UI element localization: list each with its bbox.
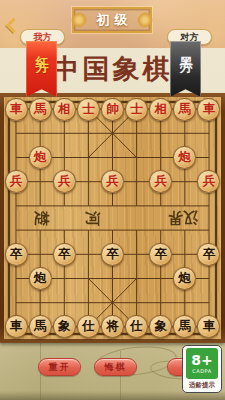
gold-ornament-icon (134, 9, 157, 32)
piece-red-炮[interactable]: 炮 (173, 146, 196, 169)
piece-black-車[interactable]: 車 (5, 315, 28, 338)
piece-black-炮[interactable]: 炮 (173, 267, 196, 290)
piece-black-卒[interactable]: 卒 (149, 243, 172, 266)
back-chevron-icon (6, 18, 22, 34)
piece-red-馬[interactable]: 馬 (173, 98, 196, 121)
gold-ornament-icon (68, 9, 91, 32)
piece-black-象[interactable]: 象 (149, 315, 172, 338)
piece-black-仕[interactable]: 仕 (77, 315, 100, 338)
piece-black-車[interactable]: 車 (197, 315, 220, 338)
age-rating-badge[interactable]: 8+ CADPA 适龄提示 (182, 345, 222, 393)
piece-black-将[interactable]: 将 (101, 315, 124, 338)
piece-black-卒[interactable]: 卒 (53, 243, 76, 266)
board-field[interactable]: 楚 河 汉界 車馬相士帥士相馬車炮炮兵兵兵兵兵卒卒卒卒卒炮炮車馬象仕将仕象馬車 (4, 97, 221, 339)
black-side-label: 黑方 (177, 46, 195, 97)
piece-red-帥[interactable]: 帥 (101, 98, 124, 121)
piece-red-相[interactable]: 相 (53, 98, 76, 121)
piece-black-炮[interactable]: 炮 (29, 267, 52, 290)
piece-black-馬[interactable]: 馬 (29, 315, 52, 338)
xiangqi-app: 初级 我方 对方 红方 黑方 中国象棋 (0, 0, 225, 400)
piece-black-卒[interactable]: 卒 (5, 243, 28, 266)
piece-red-兵[interactable]: 兵 (53, 170, 76, 193)
piece-red-兵[interactable]: 兵 (101, 170, 124, 193)
level-banner: 初级 (72, 7, 152, 33)
piece-black-馬[interactable]: 馬 (173, 315, 196, 338)
piece-red-士[interactable]: 士 (77, 98, 100, 121)
level-label: 初级 (92, 11, 133, 29)
piece-red-兵[interactable]: 兵 (5, 170, 28, 193)
piece-red-車[interactable]: 車 (5, 98, 28, 121)
piece-black-象[interactable]: 象 (53, 315, 76, 338)
undo-label: 悔棋 (105, 361, 127, 374)
piece-red-兵[interactable]: 兵 (197, 170, 220, 193)
pieces-grid: 車馬相士帥士相馬車炮炮兵兵兵兵兵卒卒卒卒卒炮炮車馬象仕将仕象馬車 (4, 97, 221, 339)
piece-red-炮[interactable]: 炮 (29, 146, 52, 169)
piece-black-卒[interactable]: 卒 (101, 243, 124, 266)
black-side-ribbon: 黑方 (170, 41, 201, 97)
age-rating-square: 8+ CADPA (186, 348, 218, 379)
age-rating-number: 8+ (191, 353, 212, 368)
piece-red-兵[interactable]: 兵 (149, 170, 172, 193)
age-rating-note: 适龄提示 (189, 381, 215, 390)
red-side-label: 红方 (33, 46, 51, 97)
age-rating-org: CADPA (192, 368, 211, 374)
piece-black-卒[interactable]: 卒 (197, 243, 220, 266)
undo-move-button[interactable]: 悔棋 (94, 358, 137, 376)
piece-red-馬[interactable]: 馬 (29, 98, 52, 121)
piece-black-仕[interactable]: 仕 (125, 315, 148, 338)
restart-button[interactable]: 重开 (38, 358, 81, 376)
back-button[interactable] (4, 16, 20, 34)
piece-red-車[interactable]: 車 (197, 98, 220, 121)
piece-red-相[interactable]: 相 (149, 98, 172, 121)
piece-red-士[interactable]: 士 (125, 98, 148, 121)
footer-bar: 重开 悔棋 8+ CADPA 适龄提示 (0, 343, 225, 400)
red-side-ribbon: 红方 (26, 41, 57, 97)
restart-label: 重开 (49, 361, 71, 374)
xiangqi-board: 楚 河 汉界 車馬相士帥士相馬車炮炮兵兵兵兵兵卒卒卒卒卒炮炮車馬象仕将仕象馬車 (0, 93, 225, 343)
